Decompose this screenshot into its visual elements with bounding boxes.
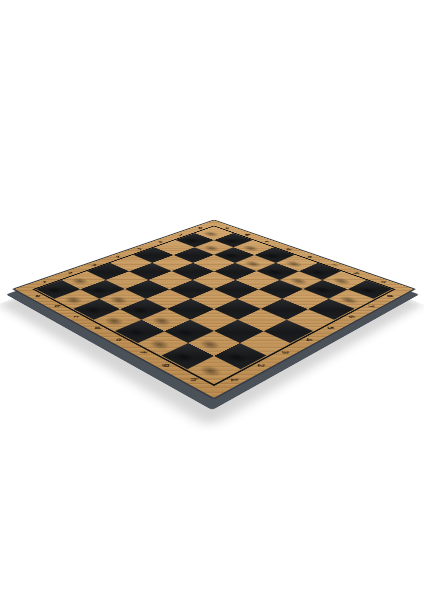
file-label-f: f (132, 343, 153, 361)
rank-label-1-right: 1 (215, 375, 255, 385)
file-label-b: b (46, 299, 68, 314)
file-label-c: c (66, 309, 87, 324)
rank-label-2-right: 2 (241, 361, 280, 370)
file-label-g: g (157, 356, 177, 375)
board-grid: abcdefgh8♜♞♝♛♚♝♞♜87♟♟♟♟♟♟♟♟7665544332♟♟♟… (12, 219, 416, 399)
file-label-e: e (109, 331, 130, 348)
square-f6[interactable] (259, 280, 304, 299)
file-label-h: h (184, 369, 204, 390)
chess-board: abcdefgh8♜♞♝♛♚♝♞♜87♟♟♟♟♟♟♟♟7665544332♟♟♟… (12, 219, 416, 399)
file-label-a: a (27, 289, 49, 303)
piece-glyph: ♟ (332, 254, 371, 298)
border-corner (201, 383, 228, 398)
rank-label-6-right: 6 (333, 313, 369, 320)
rank-label-4-right: 4 (290, 336, 328, 344)
piece-glyph: ♜ (184, 299, 245, 369)
rank-label-3-right: 3 (266, 348, 304, 357)
rank-label-7-right: 7 (353, 303, 389, 310)
rank-label-5-right: 5 (312, 324, 349, 332)
product-photo-background: abcdefgh8♜♞♝♛♚♝♞♜87♟♟♟♟♟♟♟♟7665544332♟♟♟… (0, 0, 424, 600)
